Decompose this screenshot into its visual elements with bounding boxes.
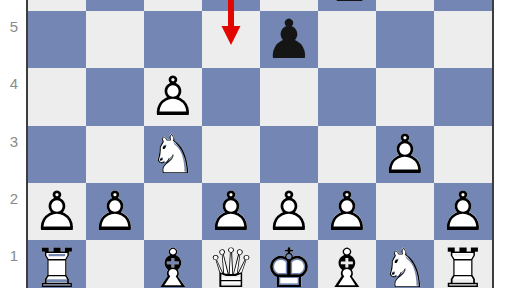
chess-board: ♞♟♟♙♞♘♟♙♟♙♟♙♟♙♟♙♟♙♟♙♜♖♝♗♛♕♚♔♝♗♞♘♜♖ — [26, 0, 494, 288]
square-g2[interactable] — [376, 183, 434, 240]
square-a3[interactable] — [28, 126, 86, 183]
square-e3[interactable] — [260, 126, 318, 183]
square-g5[interactable] — [376, 11, 434, 68]
black-knight-icon: ♞ — [318, 0, 376, 11]
black-knight-f6[interactable]: ♞ — [318, 0, 376, 11]
square-a1[interactable]: ♜♖ — [28, 240, 86, 288]
square-e4[interactable] — [260, 68, 318, 125]
square-c5[interactable] — [144, 11, 202, 68]
square-f5[interactable] — [318, 11, 376, 68]
square-a6[interactable] — [28, 0, 86, 11]
white-rook-icon: ♖ — [28, 240, 86, 288]
square-e2[interactable]: ♟♙ — [260, 183, 318, 240]
square-a2[interactable]: ♟♙ — [28, 183, 86, 240]
square-e1[interactable]: ♚♔ — [260, 240, 318, 288]
square-f6[interactable]: ♞ — [318, 0, 376, 11]
white-pawn-e2[interactable]: ♟♙ — [260, 183, 318, 240]
square-b4[interactable] — [86, 68, 144, 125]
white-knight-icon: ♘ — [144, 126, 202, 183]
square-h6[interactable] — [434, 0, 492, 11]
white-pawn-h2[interactable]: ♟♙ — [434, 183, 492, 240]
white-king-icon: ♔ — [260, 240, 318, 288]
white-bishop-c1[interactable]: ♝♗ — [144, 240, 202, 288]
white-pawn-icon: ♙ — [86, 183, 144, 240]
square-h4[interactable] — [434, 68, 492, 125]
white-pawn-icon: ♙ — [434, 183, 492, 240]
square-c6[interactable] — [144, 0, 202, 11]
black-pawn-e5[interactable]: ♟ — [260, 11, 318, 68]
square-b2[interactable]: ♟♙ — [86, 183, 144, 240]
square-h1[interactable]: ♜♖ — [434, 240, 492, 288]
square-b3[interactable] — [86, 126, 144, 183]
square-b6[interactable] — [86, 0, 144, 11]
square-h5[interactable] — [434, 11, 492, 68]
white-queen-icon: ♕ — [202, 240, 260, 288]
white-pawn-d2[interactable]: ♟♙ — [202, 183, 260, 240]
square-c1[interactable]: ♝♗ — [144, 240, 202, 288]
white-knight-g1[interactable]: ♞♘ — [376, 240, 434, 288]
white-bishop-icon: ♗ — [318, 240, 376, 288]
white-pawn-b2[interactable]: ♟♙ — [86, 183, 144, 240]
white-pawn-icon: ♙ — [144, 68, 202, 125]
square-f2[interactable]: ♟♙ — [318, 183, 376, 240]
square-e5[interactable]: ♟ — [260, 11, 318, 68]
square-f3[interactable] — [318, 126, 376, 183]
square-c2[interactable] — [144, 183, 202, 240]
white-pawn-c4[interactable]: ♟♙ — [144, 68, 202, 125]
black-pawn-icon: ♟ — [260, 11, 318, 68]
white-pawn-f2[interactable]: ♟♙ — [318, 183, 376, 240]
rank-label-5: 5 — [0, 19, 18, 34]
square-b5[interactable] — [86, 11, 144, 68]
square-f4[interactable] — [318, 68, 376, 125]
square-c4[interactable]: ♟♙ — [144, 68, 202, 125]
white-bishop-icon: ♗ — [144, 240, 202, 288]
square-d5[interactable] — [202, 11, 260, 68]
square-g4[interactable] — [376, 68, 434, 125]
white-pawn-icon: ♙ — [260, 183, 318, 240]
square-d2[interactable]: ♟♙ — [202, 183, 260, 240]
square-h3[interactable] — [434, 126, 492, 183]
white-bishop-f1[interactable]: ♝♗ — [318, 240, 376, 288]
rank-label-1: 1 — [0, 248, 18, 263]
rank-label-2: 2 — [0, 191, 18, 206]
square-b1[interactable] — [86, 240, 144, 288]
white-pawn-g3[interactable]: ♟♙ — [376, 126, 434, 183]
white-rook-a1[interactable]: ♜♖ — [28, 240, 86, 288]
rank-labels: 54321 — [0, 0, 18, 288]
white-knight-icon: ♘ — [376, 240, 434, 288]
white-queen-d1[interactable]: ♛♕ — [202, 240, 260, 288]
square-d3[interactable] — [202, 126, 260, 183]
white-rook-icon: ♖ — [434, 240, 492, 288]
rank-label-4: 4 — [0, 76, 18, 91]
square-d4[interactable] — [202, 68, 260, 125]
square-g1[interactable]: ♞♘ — [376, 240, 434, 288]
square-a5[interactable] — [28, 11, 86, 68]
white-pawn-icon: ♙ — [376, 126, 434, 183]
square-h2[interactable]: ♟♙ — [434, 183, 492, 240]
square-g3[interactable]: ♟♙ — [376, 126, 434, 183]
chessboard-viewport: ♞♟♟♙♞♘♟♙♟♙♟♙♟♙♟♙♟♙♟♙♜♖♝♗♛♕♚♔♝♗♞♘♜♖ 54321 — [0, 0, 514, 288]
white-pawn-a2[interactable]: ♟♙ — [28, 183, 86, 240]
white-pawn-icon: ♙ — [202, 183, 260, 240]
square-d6[interactable] — [202, 0, 260, 11]
square-d1[interactable]: ♛♕ — [202, 240, 260, 288]
white-pawn-icon: ♙ — [318, 183, 376, 240]
square-c3[interactable]: ♞♘ — [144, 126, 202, 183]
rank-label-3: 3 — [0, 134, 18, 149]
white-rook-h1[interactable]: ♜♖ — [434, 240, 492, 288]
square-f1[interactable]: ♝♗ — [318, 240, 376, 288]
square-g6[interactable] — [376, 0, 434, 11]
white-pawn-icon: ♙ — [28, 183, 86, 240]
white-knight-c3[interactable]: ♞♘ — [144, 126, 202, 183]
white-king-e1[interactable]: ♚♔ — [260, 240, 318, 288]
square-a4[interactable] — [28, 68, 86, 125]
